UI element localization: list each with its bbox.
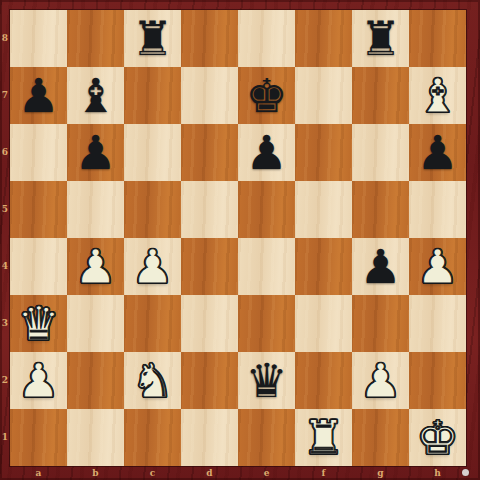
square-b5[interactable] <box>67 181 124 238</box>
square-a6[interactable] <box>10 124 67 181</box>
square-f7[interactable] <box>295 67 352 124</box>
square-g8[interactable]: ♜ <box>352 10 409 67</box>
square-c3[interactable] <box>124 295 181 352</box>
black-rook[interactable]: ♜ <box>352 10 409 67</box>
file-label-d: d <box>181 466 238 480</box>
square-b8[interactable] <box>67 10 124 67</box>
white-pawn[interactable]: ♟ <box>10 352 67 409</box>
square-g2[interactable]: ♟ <box>352 352 409 409</box>
square-a4[interactable] <box>10 238 67 295</box>
square-g3[interactable] <box>352 295 409 352</box>
square-f2[interactable] <box>295 352 352 409</box>
white-rook[interactable]: ♜ <box>295 409 352 466</box>
square-a7[interactable]: ♟ <box>10 67 67 124</box>
rank-label-6: 6 <box>0 124 10 181</box>
square-a2[interactable]: ♟ <box>10 352 67 409</box>
square-d4[interactable] <box>181 238 238 295</box>
file-label-b: b <box>67 466 124 480</box>
square-f4[interactable] <box>295 238 352 295</box>
square-h7[interactable]: ♝ <box>409 67 466 124</box>
square-f1[interactable]: ♜ <box>295 409 352 466</box>
square-h1[interactable]: ♚ <box>409 409 466 466</box>
square-d5[interactable] <box>181 181 238 238</box>
rank-label-7: 7 <box>0 67 10 124</box>
square-g4[interactable]: ♟ <box>352 238 409 295</box>
black-bishop[interactable]: ♝ <box>67 67 124 124</box>
white-pawn[interactable]: ♟ <box>352 352 409 409</box>
white-knight[interactable]: ♞ <box>124 352 181 409</box>
square-d8[interactable] <box>181 10 238 67</box>
square-a8[interactable] <box>10 10 67 67</box>
square-e1[interactable] <box>238 409 295 466</box>
square-e7[interactable]: ♚ <box>238 67 295 124</box>
square-c6[interactable] <box>124 124 181 181</box>
square-d6[interactable] <box>181 124 238 181</box>
black-rook[interactable]: ♜ <box>124 10 181 67</box>
square-e3[interactable] <box>238 295 295 352</box>
square-f8[interactable] <box>295 10 352 67</box>
square-a3[interactable]: ♛ <box>10 295 67 352</box>
rank-label-8: 8 <box>0 10 10 67</box>
chess-board: ♜♜♟♝♚♝♟♟♟♟♟♟♟♛♟♞♛♟♜♚ <box>10 10 466 466</box>
file-label-e: e <box>238 466 295 480</box>
rank-label-2: 2 <box>0 352 10 409</box>
black-pawn[interactable]: ♟ <box>10 67 67 124</box>
white-pawn[interactable]: ♟ <box>124 238 181 295</box>
square-c8[interactable]: ♜ <box>124 10 181 67</box>
rank-label-3: 3 <box>0 295 10 352</box>
square-b7[interactable]: ♝ <box>67 67 124 124</box>
square-h3[interactable] <box>409 295 466 352</box>
square-b6[interactable]: ♟ <box>67 124 124 181</box>
square-e6[interactable]: ♟ <box>238 124 295 181</box>
square-h8[interactable] <box>409 10 466 67</box>
rank-label-4: 4 <box>0 238 10 295</box>
square-g1[interactable] <box>352 409 409 466</box>
white-pawn[interactable]: ♟ <box>409 238 466 295</box>
square-f6[interactable] <box>295 124 352 181</box>
square-f3[interactable] <box>295 295 352 352</box>
square-g5[interactable] <box>352 181 409 238</box>
square-h4[interactable]: ♟ <box>409 238 466 295</box>
square-e2[interactable]: ♛ <box>238 352 295 409</box>
white-queen[interactable]: ♛ <box>10 295 67 352</box>
black-pawn[interactable]: ♟ <box>409 124 466 181</box>
rank-label-1: 1 <box>0 409 10 466</box>
black-pawn[interactable]: ♟ <box>352 238 409 295</box>
file-label-g: g <box>352 466 409 480</box>
black-pawn[interactable]: ♟ <box>67 124 124 181</box>
square-h2[interactable] <box>409 352 466 409</box>
square-c7[interactable] <box>124 67 181 124</box>
square-d2[interactable] <box>181 352 238 409</box>
square-e8[interactable] <box>238 10 295 67</box>
white-king[interactable]: ♚ <box>409 409 466 466</box>
square-f5[interactable] <box>295 181 352 238</box>
file-label-f: f <box>295 466 352 480</box>
square-c2[interactable]: ♞ <box>124 352 181 409</box>
square-c5[interactable] <box>124 181 181 238</box>
square-e5[interactable] <box>238 181 295 238</box>
white-pawn[interactable]: ♟ <box>67 238 124 295</box>
square-d7[interactable] <box>181 67 238 124</box>
square-h6[interactable]: ♟ <box>409 124 466 181</box>
square-a5[interactable] <box>10 181 67 238</box>
square-d3[interactable] <box>181 295 238 352</box>
square-g6[interactable] <box>352 124 409 181</box>
side-to-move-indicator <box>462 469 469 476</box>
square-e4[interactable] <box>238 238 295 295</box>
square-c4[interactable]: ♟ <box>124 238 181 295</box>
square-b2[interactable] <box>67 352 124 409</box>
rank-label-5: 5 <box>0 181 10 238</box>
chess-board-frame: ♜♜♟♝♚♝♟♟♟♟♟♟♟♛♟♞♛♟♜♚ 87654321 abcdefgh <box>0 0 480 480</box>
square-c1[interactable] <box>124 409 181 466</box>
black-king[interactable]: ♚ <box>238 67 295 124</box>
square-b3[interactable] <box>67 295 124 352</box>
square-d1[interactable] <box>181 409 238 466</box>
black-pawn[interactable]: ♟ <box>238 124 295 181</box>
black-queen[interactable]: ♛ <box>238 352 295 409</box>
file-label-c: c <box>124 466 181 480</box>
file-label-h: h <box>409 466 466 480</box>
square-h5[interactable] <box>409 181 466 238</box>
square-a1[interactable] <box>10 409 67 466</box>
white-bishop[interactable]: ♝ <box>409 67 466 124</box>
square-g7[interactable] <box>352 67 409 124</box>
square-b1[interactable] <box>67 409 124 466</box>
file-label-a: a <box>10 466 67 480</box>
square-b4[interactable]: ♟ <box>67 238 124 295</box>
